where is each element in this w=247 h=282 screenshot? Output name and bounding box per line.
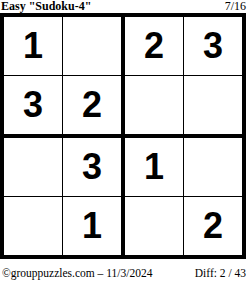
copyright-text: ©grouppuzzles.com – 11/3/2024 xyxy=(2,266,152,280)
cell-r1c2[interactable] xyxy=(63,17,125,76)
cell-r4c2: 1 xyxy=(63,197,125,255)
cell-r2c2: 2 xyxy=(63,76,125,138)
cell-r4c1[interactable] xyxy=(4,197,63,255)
cell-r3c2: 3 xyxy=(63,138,125,197)
cell-r3c3: 1 xyxy=(125,138,184,197)
cell-r1c1: 1 xyxy=(4,17,63,76)
cell-r2c4[interactable] xyxy=(184,76,242,138)
footer: ©grouppuzzles.com – 11/3/2024 Diff: 2 / … xyxy=(2,266,246,280)
cell-r3c4[interactable] xyxy=(184,138,242,197)
cell-r1c4: 3 xyxy=(184,17,242,76)
puzzle-title: Easy "Sudoku-4" xyxy=(1,0,91,13)
sudoku-board: 1 2 3 3 2 3 1 1 2 xyxy=(0,13,246,259)
page-number: 7/16 xyxy=(225,0,246,13)
header: Easy "Sudoku-4" 7/16 xyxy=(1,0,246,13)
difficulty-text: Diff: 2 / 43 xyxy=(195,266,246,280)
cell-r1c3: 2 xyxy=(125,17,184,76)
puzzle-page: Easy "Sudoku-4" 7/16 1 2 3 3 2 3 1 1 2 ©… xyxy=(0,0,247,282)
cell-r2c3[interactable] xyxy=(125,76,184,138)
cell-r4c4: 2 xyxy=(184,197,242,255)
cell-r4c3[interactable] xyxy=(125,197,184,255)
cell-r3c1[interactable] xyxy=(4,138,63,197)
cell-r2c1: 3 xyxy=(4,76,63,138)
